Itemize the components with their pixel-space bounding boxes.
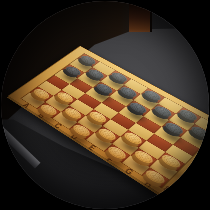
- board-scene: 8 ABCDEFGH: [1, 1, 209, 209]
- board: 8 ABCDEFGH: [8, 46, 209, 199]
- photo-vignette-circle: 8 ABCDEFGH: [1, 1, 209, 209]
